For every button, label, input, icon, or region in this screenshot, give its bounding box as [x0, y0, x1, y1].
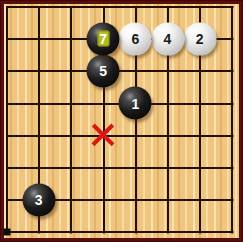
stone-number-label: 6 — [119, 22, 152, 55]
stone-white-6: 6 — [119, 22, 152, 55]
stone-number-label: 1 — [119, 87, 152, 120]
stone-black-3: 3 — [22, 183, 55, 216]
stone-black-5: 5 — [87, 54, 120, 87]
go-board[interactable]: 1234567 — [4, 4, 239, 238]
go-diagram-frame: 1234567 — [0, 0, 243, 242]
stone-black-7: 7 — [87, 22, 120, 55]
edge-square-marker — [3, 228, 10, 235]
stone-white-2: 2 — [183, 22, 216, 55]
stone-number-label: 3 — [22, 183, 55, 216]
stone-number-label: 2 — [183, 22, 216, 55]
stone-black-1: 1 — [119, 87, 152, 120]
stone-number-label: 4 — [151, 22, 184, 55]
stone-white-4: 4 — [151, 22, 184, 55]
stone-number-label: 5 — [87, 54, 120, 87]
stone-number-label: 7 — [87, 22, 120, 55]
cross-mark-icon — [92, 124, 114, 146]
